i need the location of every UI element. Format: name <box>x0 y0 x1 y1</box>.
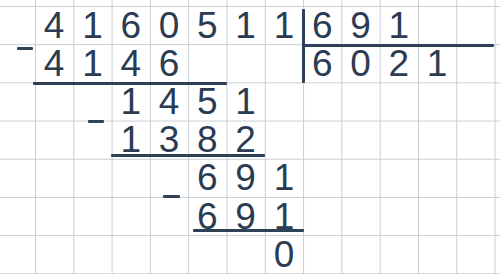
digit-product1-r1c1: 4 <box>35 44 73 82</box>
subtraction-underline-step2 <box>111 154 265 157</box>
digit-remainder2-r4c6: 9 <box>226 159 264 197</box>
digit-product1-r1c2: 1 <box>73 44 111 82</box>
digit-product1-r1c4: 6 <box>150 44 188 82</box>
minus-sign-step1 <box>17 47 33 50</box>
digit-divisor-r0c8: 6 <box>303 6 341 44</box>
digit-dividend-r0c1: 4 <box>35 6 73 44</box>
digit-dividend-r0c4: 0 <box>150 6 188 44</box>
minus-sign-step2 <box>88 120 104 123</box>
digit-dividend-r0c5: 5 <box>188 6 226 44</box>
digit-dividend-r0c2: 1 <box>73 6 111 44</box>
digit-quotient-r1c8: 6 <box>303 44 341 82</box>
digit-quotient-r1c9: 0 <box>341 44 379 82</box>
digit-remainder1-r2c5: 5 <box>188 82 226 120</box>
digit-quotient-r1c11: 1 <box>418 44 456 82</box>
digit-dividend-r0c3: 6 <box>112 6 150 44</box>
digit-dividend-r0c6: 1 <box>226 6 264 44</box>
digit-remainder1-r2c6: 1 <box>226 82 264 120</box>
subtraction-underline-step1 <box>33 82 227 85</box>
digit-quotient-r1c10: 2 <box>380 44 418 82</box>
digit-remainder2-r4c5: 6 <box>188 159 226 197</box>
digit-divisor-r0c10: 1 <box>380 6 418 44</box>
subtraction-underline-step3 <box>193 229 304 232</box>
digit-product1-r1c3: 4 <box>112 44 150 82</box>
digit-dividend-r0c7: 1 <box>265 6 303 44</box>
divisor-quotient-separator-line <box>302 44 494 48</box>
digit-remainder1-r2c3: 1 <box>112 82 150 120</box>
digit-remainder2-r4c7: 1 <box>265 159 303 197</box>
minus-sign-step3 <box>163 195 180 198</box>
digit-remainder1-r2c4: 4 <box>150 82 188 120</box>
digit-divisor-r0c9: 9 <box>341 6 379 44</box>
squared-paper: 416051169141466021145113826916910 <box>0 0 500 274</box>
digit-remainder-final-r6c7: 0 <box>265 235 303 273</box>
